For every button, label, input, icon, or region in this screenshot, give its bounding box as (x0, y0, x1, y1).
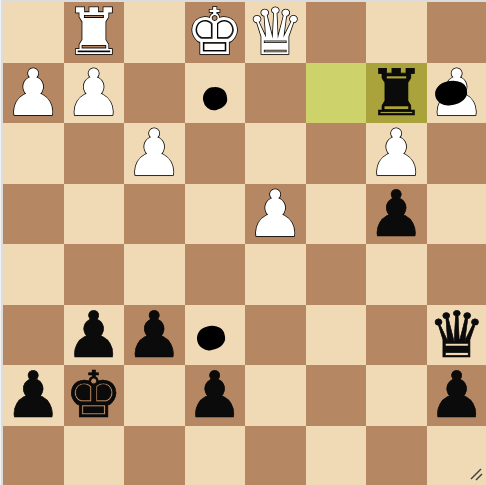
square-a6[interactable] (3, 123, 64, 184)
square-c3[interactable]: ♟ (124, 305, 185, 366)
resize-handle-icon[interactable] (468, 466, 484, 482)
square-f7[interactable] (306, 63, 367, 124)
piece-bP-d2[interactable]: ♟ (186, 365, 243, 425)
chess-board: ♜♚♛♟♟♜♟♟♟♟♟♟♟♛♟♚♟♟ (3, 2, 486, 485)
square-b4[interactable] (64, 244, 125, 305)
square-e7[interactable] (245, 63, 306, 124)
square-a3[interactable] (3, 305, 64, 366)
square-f5[interactable] (306, 184, 367, 245)
square-a2[interactable]: ♟ (3, 365, 64, 426)
piece-bQ-h3[interactable]: ♛ (428, 305, 485, 365)
piece-wR-b8[interactable]: ♜ (65, 2, 122, 62)
square-g1[interactable] (366, 426, 427, 485)
square-f8[interactable] (306, 2, 367, 63)
piece-bP-b3[interactable]: ♟ (65, 305, 122, 365)
square-b6[interactable] (64, 123, 125, 184)
square-c1[interactable] (124, 426, 185, 485)
square-f6[interactable] (306, 123, 367, 184)
piece-wP-g6[interactable]: ♟ (368, 123, 425, 183)
piece-wP-a7[interactable]: ♟ (5, 63, 62, 123)
square-g3[interactable] (366, 305, 427, 366)
piece-bK-b2[interactable]: ♚ (65, 365, 122, 425)
piece-wQ-e8[interactable]: ♛ (247, 2, 304, 62)
square-b2[interactable]: ♚ (64, 365, 125, 426)
piece-wK-d8[interactable]: ♚ (186, 2, 243, 62)
square-e1[interactable] (245, 426, 306, 485)
square-c5[interactable] (124, 184, 185, 245)
annotation-blob-d3 (195, 324, 227, 353)
square-d3[interactable] (185, 305, 246, 366)
piece-bP-a2[interactable]: ♟ (5, 365, 62, 425)
square-f1[interactable] (306, 426, 367, 485)
square-g7[interactable]: ♜ (366, 63, 427, 124)
square-b7[interactable]: ♟ (64, 63, 125, 124)
square-c2[interactable] (124, 365, 185, 426)
square-h5[interactable] (427, 184, 486, 245)
square-e6[interactable] (245, 123, 306, 184)
square-c4[interactable] (124, 244, 185, 305)
square-f2[interactable] (306, 365, 367, 426)
piece-wP-e5[interactable]: ♟ (247, 184, 304, 244)
square-d8[interactable]: ♚ (185, 2, 246, 63)
square-d5[interactable] (185, 184, 246, 245)
square-h3[interactable]: ♛ (427, 305, 486, 366)
square-h6[interactable] (427, 123, 486, 184)
square-b1[interactable] (64, 426, 125, 485)
square-g5[interactable]: ♟ (366, 184, 427, 245)
square-g8[interactable] (366, 2, 427, 63)
square-a8[interactable] (3, 2, 64, 63)
square-f4[interactable] (306, 244, 367, 305)
square-g4[interactable] (366, 244, 427, 305)
square-a4[interactable] (3, 244, 64, 305)
square-f3[interactable] (306, 305, 367, 366)
piece-wP-c6[interactable]: ♟ (126, 123, 183, 183)
square-b8[interactable]: ♜ (64, 2, 125, 63)
square-c7[interactable] (124, 63, 185, 124)
square-g2[interactable] (366, 365, 427, 426)
piece-bP-c3[interactable]: ♟ (126, 305, 183, 365)
square-h4[interactable] (427, 244, 486, 305)
square-g6[interactable]: ♟ (366, 123, 427, 184)
square-d4[interactable] (185, 244, 246, 305)
square-e4[interactable] (245, 244, 306, 305)
square-b5[interactable] (64, 184, 125, 245)
square-e3[interactable] (245, 305, 306, 366)
piece-bP-h2[interactable]: ♟ (428, 365, 485, 425)
square-a5[interactable] (3, 184, 64, 245)
square-c8[interactable] (124, 2, 185, 63)
square-e5[interactable]: ♟ (245, 184, 306, 245)
square-b3[interactable]: ♟ (64, 305, 125, 366)
piece-bR-g7[interactable]: ♜ (368, 63, 425, 123)
square-d6[interactable] (185, 123, 246, 184)
square-h8[interactable] (427, 2, 486, 63)
piece-wP-b7[interactable]: ♟ (65, 63, 122, 123)
piece-bP-g5[interactable]: ♟ (368, 184, 425, 244)
square-d1[interactable] (185, 426, 246, 485)
square-e8[interactable]: ♛ (245, 2, 306, 63)
square-e2[interactable] (245, 365, 306, 426)
square-h7[interactable]: ♟ (427, 63, 486, 124)
square-a1[interactable] (3, 426, 64, 485)
annotation-blob-d7 (201, 85, 229, 112)
square-a7[interactable]: ♟ (3, 63, 64, 124)
square-d7[interactable] (185, 63, 246, 124)
square-d2[interactable]: ♟ (185, 365, 246, 426)
square-h2[interactable]: ♟ (427, 365, 486, 426)
board-frame: ♜♚♛♟♟♜♟♟♟♟♟♟♟♛♟♚♟♟ (0, 0, 486, 485)
square-c6[interactable]: ♟ (124, 123, 185, 184)
